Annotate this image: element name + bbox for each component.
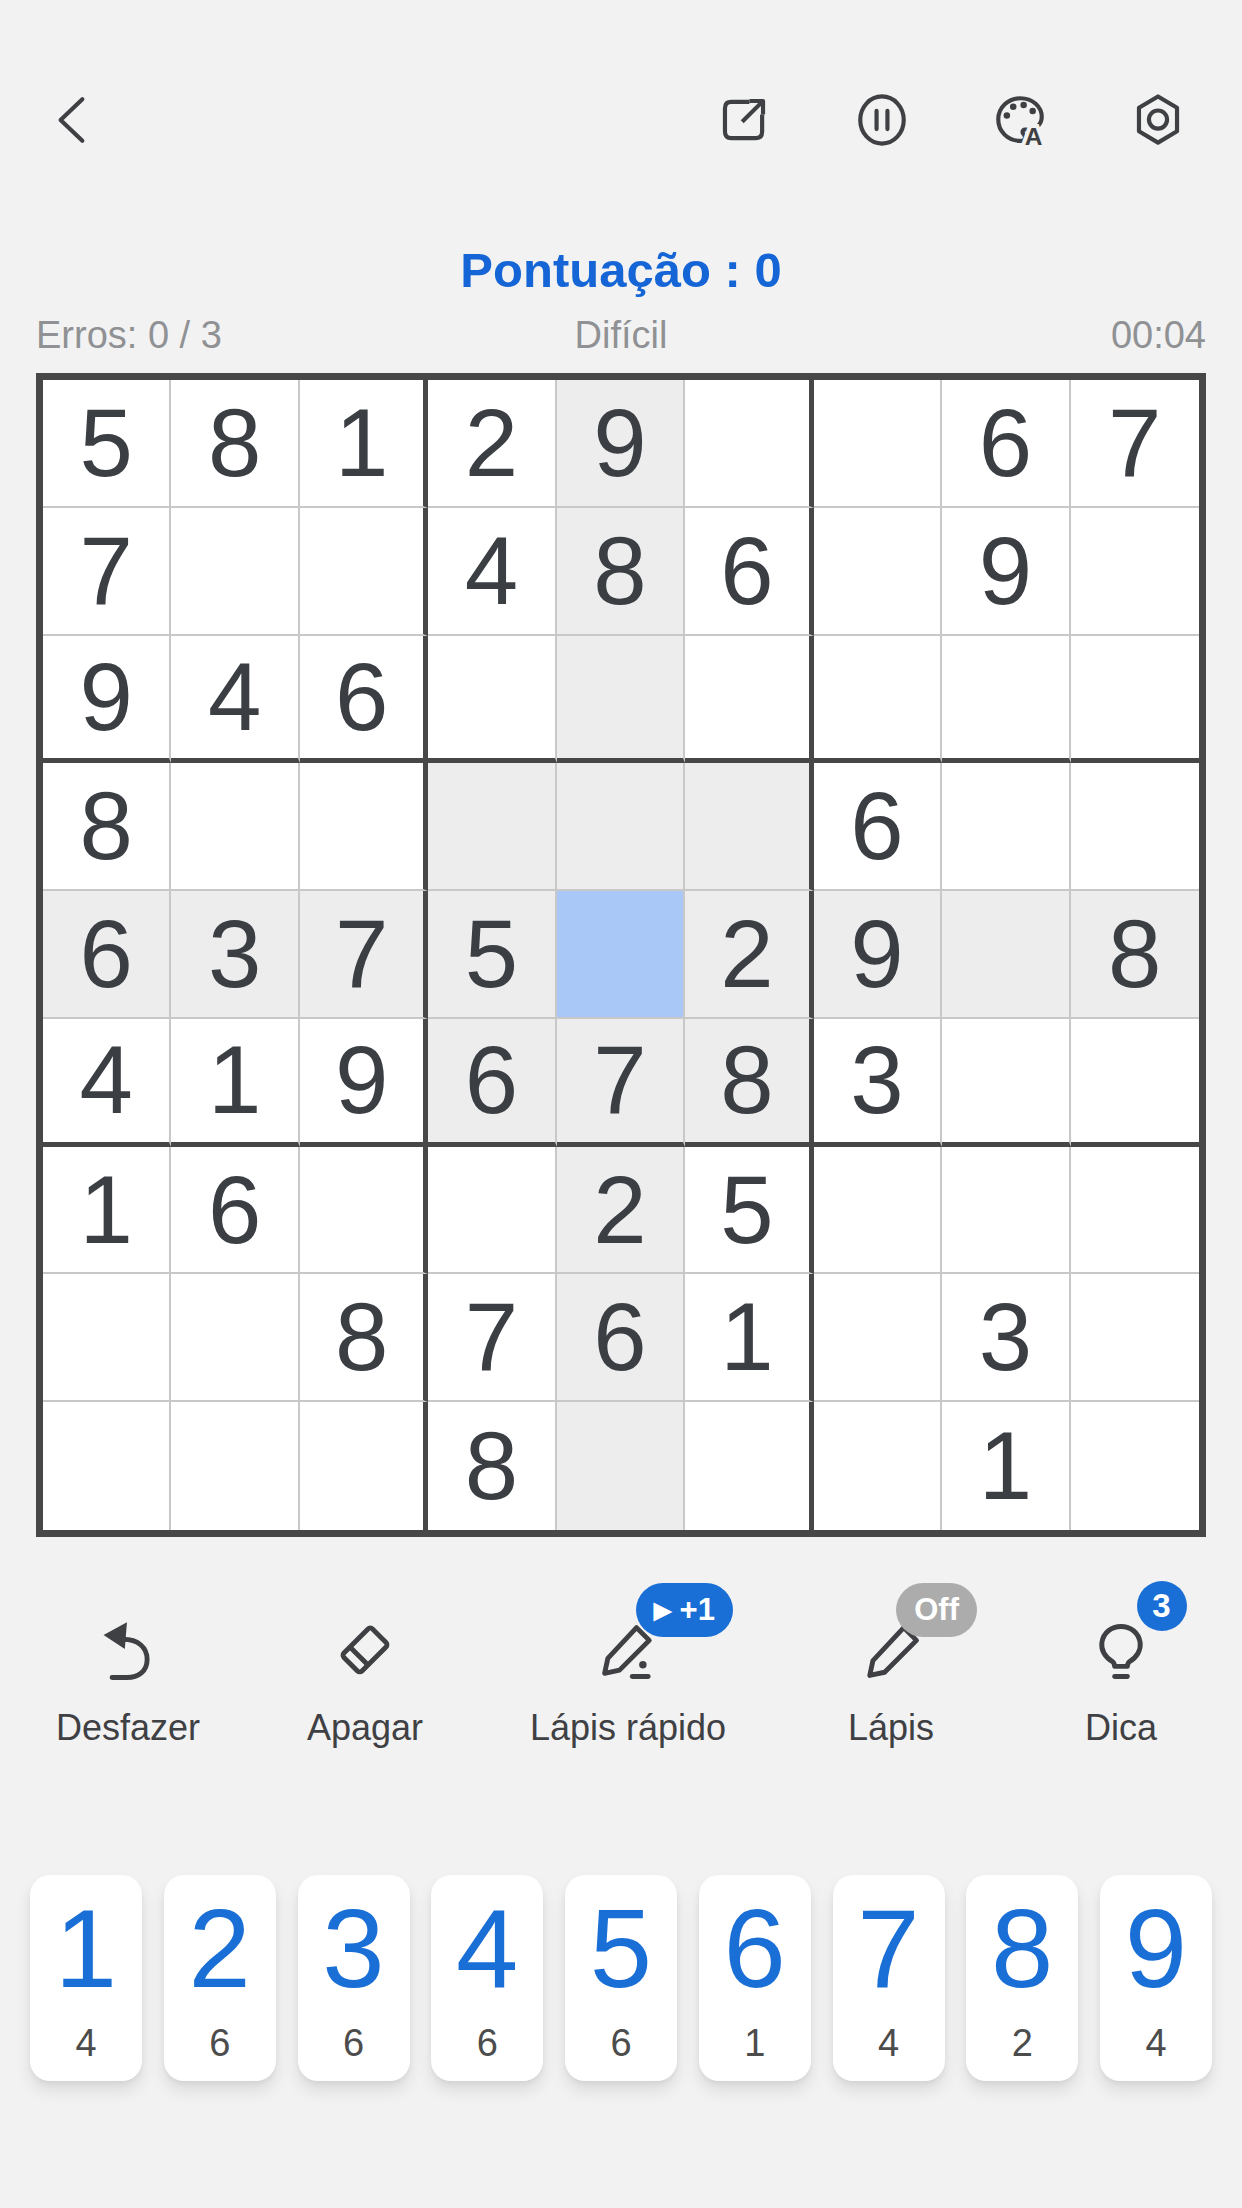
svg-text:A: A [1025,123,1043,149]
back-button[interactable] [46,92,106,152]
back-chevron-icon [47,91,105,153]
eraser-icon [331,1617,399,1689]
cell-r2c8[interactable]: 9 [942,508,1070,636]
cell-r4c6[interactable] [685,763,813,891]
cell-r8c5[interactable]: 6 [557,1274,685,1402]
numpad-key-9[interactable]: 94 [1100,1875,1212,2081]
numpad-digit: 8 [991,1883,1053,2015]
cell-r7c5[interactable]: 2 [557,1147,685,1275]
cell-r2c7[interactable] [814,508,942,636]
cell-r2c2[interactable] [171,508,299,636]
cell-r5c8[interactable] [942,891,1070,1019]
difficulty-label: Difícil [426,314,816,357]
cell-r9c1[interactable] [43,1402,171,1530]
cell-r3c4[interactable] [428,636,556,764]
cell-r9c8[interactable]: 1 [942,1402,1070,1530]
cell-r9c4[interactable]: 8 [428,1402,556,1530]
numpad-key-4[interactable]: 46 [431,1875,543,2081]
cell-r8c8[interactable]: 3 [942,1274,1070,1402]
cell-r5c7[interactable]: 9 [814,891,942,1019]
numpad-key-3[interactable]: 36 [298,1875,410,2081]
cell-r3c6[interactable] [685,636,813,764]
numpad-digit: 3 [322,1883,384,2015]
tool-label: Lápis rápido [530,1707,726,1749]
cell-r8c7[interactable] [814,1274,942,1402]
cell-r6c2[interactable]: 1 [171,1019,299,1147]
numpad-key-2[interactable]: 26 [164,1875,276,2081]
cell-r9c9[interactable] [1071,1402,1199,1530]
share-button[interactable] [714,92,774,152]
cell-r9c3[interactable] [300,1402,428,1530]
share-icon [715,91,773,153]
cell-r1c5[interactable]: 9 [557,380,685,508]
numpad-digit: 7 [857,1883,919,2015]
erase-button[interactable]: Apagar [300,1617,430,1749]
cell-r5c9[interactable]: 8 [1071,891,1199,1019]
cell-r4c9[interactable] [1071,763,1199,891]
cell-r5c5[interactable] [557,891,685,1019]
cell-r3c3[interactable]: 6 [300,636,428,764]
cell-r6c3[interactable]: 9 [300,1019,428,1147]
remaining-count: 4 [1145,2022,1166,2065]
numpad-key-8[interactable]: 82 [966,1875,1078,2081]
sudoku-app-screen: A Pontuação : 0 Erros: 0 / 3 Difícil 00:… [0,0,1242,2208]
settings-nut-icon [1129,91,1187,153]
sudoku-board: 5812967748699468663752984196783162587613… [36,373,1206,1537]
cell-r9c5[interactable] [557,1402,685,1530]
cell-r6c6[interactable]: 8 [685,1019,813,1147]
cell-r2c5[interactable]: 8 [557,508,685,636]
cell-r8c4[interactable]: 7 [428,1274,556,1402]
numpad-digit: 5 [590,1883,652,2015]
quick-pencil-button[interactable]: ▶ +1 Lápis rápido [530,1617,726,1749]
numpad-key-5[interactable]: 56 [565,1875,677,2081]
cell-r7c6[interactable]: 5 [685,1147,813,1275]
numpad-key-1[interactable]: 14 [30,1875,142,2081]
cell-r2c3[interactable] [300,508,428,636]
play-icon: ▶ [654,1599,672,1622]
cell-r6c8[interactable] [942,1019,1070,1147]
pause-icon [853,91,911,153]
settings-button[interactable] [1128,92,1188,152]
app-bar: A [0,0,1242,152]
undo-icon [94,1617,162,1689]
cell-r1c6[interactable] [685,380,813,508]
cell-r9c6[interactable] [685,1402,813,1530]
score-title: Pontuação : 0 [0,242,1242,298]
remaining-count: 6 [610,2022,631,2065]
cell-r5c2[interactable]: 3 [171,891,299,1019]
cell-r7c2[interactable]: 6 [171,1147,299,1275]
cell-r6c9[interactable] [1071,1019,1199,1147]
pencil-button[interactable]: Off Lápis [826,1617,956,1749]
toolbar: Desfazer Apagar ▶ +1 [56,1617,1186,1749]
cell-r4c3[interactable] [300,763,428,891]
cell-r2c6[interactable]: 6 [685,508,813,636]
cell-r3c1[interactable]: 9 [43,636,171,764]
cell-r9c7[interactable] [814,1402,942,1530]
cell-r6c1[interactable]: 4 [43,1019,171,1147]
tool-label: Dica [1085,1707,1157,1749]
tool-label: Lápis [848,1707,934,1749]
cell-r8c1[interactable] [43,1274,171,1402]
remaining-count: 6 [209,2022,230,2065]
cell-r2c1[interactable]: 7 [43,508,171,636]
cell-r6c5[interactable]: 7 [557,1019,685,1147]
cell-r2c4[interactable]: 4 [428,508,556,636]
cell-r4c8[interactable] [942,763,1070,891]
hint-count-badge: 3 [1137,1581,1187,1631]
cell-r4c7[interactable]: 6 [814,763,942,891]
cell-r3c7[interactable] [814,636,942,764]
cell-r7c1[interactable]: 1 [43,1147,171,1275]
cell-r1c9[interactable]: 7 [1071,380,1199,508]
pencil-off-badge: Off [896,1583,977,1637]
cell-r1c1[interactable]: 5 [43,380,171,508]
palette-icon: A [991,91,1049,153]
undo-button[interactable]: Desfazer [56,1617,200,1749]
cell-r8c3[interactable]: 8 [300,1274,428,1402]
numpad-digit: 1 [55,1883,117,2015]
cell-r2c9[interactable] [1071,508,1199,636]
cell-r7c7[interactable] [814,1147,942,1275]
cell-r1c3[interactable]: 1 [300,380,428,508]
cell-r7c8[interactable] [942,1147,1070,1275]
cell-r5c3[interactable]: 7 [300,891,428,1019]
cell-r8c2[interactable] [171,1274,299,1402]
remaining-count: 2 [1012,2022,1033,2065]
quick-pencil-plus-one-badge: ▶ +1 [636,1583,733,1637]
cell-r8c9[interactable] [1071,1274,1199,1402]
timer: 00:04 [816,314,1206,357]
cell-r4c2[interactable] [171,763,299,891]
tool-label: Apagar [307,1707,423,1749]
hint-bulb-icon [1087,1617,1155,1689]
numpad: 142636465661748294 [30,1875,1212,2081]
cell-r7c3[interactable] [300,1147,428,1275]
cell-r6c7[interactable]: 3 [814,1019,942,1147]
remaining-count: 1 [744,2022,765,2065]
cell-r1c7[interactable] [814,380,942,508]
remaining-count: 6 [477,2022,498,2065]
theme-button[interactable]: A [990,92,1050,152]
cell-r1c2[interactable]: 8 [171,380,299,508]
numpad-digit: 4 [456,1883,518,2015]
cell-r1c4[interactable]: 2 [428,380,556,508]
cell-r5c1[interactable]: 6 [43,891,171,1019]
cell-r4c1[interactable]: 8 [43,763,171,891]
numpad-digit: 2 [189,1883,251,2015]
cell-r7c4[interactable] [428,1147,556,1275]
cell-r5c6[interactable]: 2 [685,891,813,1019]
cell-r5c4[interactable]: 5 [428,891,556,1019]
remaining-count: 4 [75,2022,96,2065]
hint-button[interactable]: 3 Dica [1056,1617,1186,1749]
cell-r3c5[interactable] [557,636,685,764]
numpad-digit: 9 [1125,1883,1187,2015]
errors-counter: Erros: 0 / 3 [36,314,426,357]
status-row: Erros: 0 / 3 Difícil 00:04 [36,314,1206,357]
cell-r7c9[interactable] [1071,1147,1199,1275]
pause-button[interactable] [852,92,912,152]
cell-r3c9[interactable] [1071,636,1199,764]
numpad-key-7[interactable]: 74 [833,1875,945,2081]
cell-r6c4[interactable]: 6 [428,1019,556,1147]
cell-r3c8[interactable] [942,636,1070,764]
remaining-count: 6 [343,2022,364,2065]
numpad-digit: 6 [724,1883,786,2015]
cell-r8c6[interactable]: 1 [685,1274,813,1402]
cell-r4c4[interactable] [428,763,556,891]
cell-r3c2[interactable]: 4 [171,636,299,764]
numpad-key-6[interactable]: 61 [699,1875,811,2081]
cell-r4c5[interactable] [557,763,685,891]
tool-label: Desfazer [56,1707,200,1749]
remaining-count: 4 [878,2022,899,2065]
cell-r1c8[interactable]: 6 [942,380,1070,508]
cell-r9c2[interactable] [171,1402,299,1530]
